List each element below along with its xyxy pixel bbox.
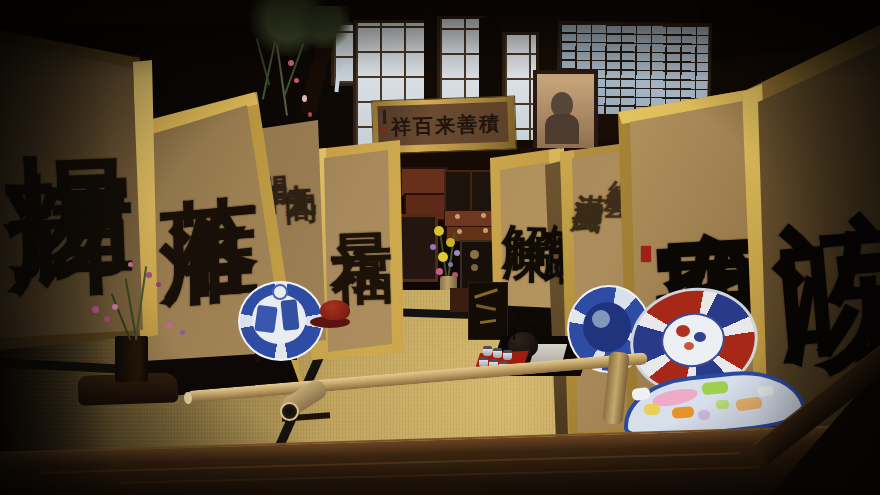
wildflower-pink — [112, 304, 118, 310]
aster-purple — [448, 262, 453, 267]
drawer-knob — [457, 229, 462, 234]
wagashi-white — [631, 387, 650, 401]
plaque-signature-mark — [383, 110, 386, 124]
aster-purple — [454, 250, 460, 256]
wagashi-lavender — [698, 410, 710, 420]
safe-medallion — [471, 264, 478, 271]
aster-purple — [430, 244, 436, 250]
drawer-knob — [481, 213, 486, 218]
wagashi-orange — [672, 406, 695, 419]
bamboo-segment-opening — [280, 402, 299, 421]
plate-moon-motif — [592, 310, 610, 328]
plaque-text: 祥百来善積 — [390, 110, 503, 141]
plate-landscape-motif — [280, 299, 299, 331]
flower-pink — [436, 268, 443, 275]
wildflower-magenta — [156, 282, 161, 287]
imari-center-motif — [684, 342, 694, 350]
cabinet-upper-door — [444, 170, 472, 212]
imari-center-motif — [694, 332, 706, 342]
screen-yoki-text: 揚輝 — [1, 50, 130, 86]
photo-japanese-room: 祥百来善積 景福 九天閣 開千戸 落雁 伯行 — [0, 0, 880, 495]
wagashi-yellow — [644, 404, 660, 415]
sake-cup — [493, 348, 502, 358]
wildflower-pink — [166, 322, 172, 328]
wildflower-pink — [92, 306, 99, 313]
wildflower-pink — [104, 316, 110, 322]
kettle-handle — [513, 324, 537, 340]
wildflower-purple — [180, 330, 185, 335]
wagashi-green-small — [716, 400, 729, 409]
imari-center-motif — [676, 325, 690, 337]
hanging-charm — [308, 112, 312, 117]
wood-box — [450, 288, 470, 312]
screen-sosho-col-left: 滿壽風 — [578, 169, 611, 188]
plate-landscape-motif — [254, 305, 277, 334]
cabinet-drawer — [444, 210, 496, 227]
drawer-knob — [483, 228, 488, 233]
sake-cup — [483, 346, 492, 356]
flower-vase-dark — [115, 336, 148, 382]
dried-plant-bundle — [298, 6, 350, 48]
iron-stand-top — [508, 310, 534, 313]
chrysanthemum-yellow — [434, 226, 444, 236]
safe-medallion — [470, 250, 479, 259]
hanging-charm — [288, 60, 294, 66]
plate-crest — [272, 284, 288, 300]
plaque-seal-dot — [382, 128, 386, 133]
chrysanthemum-yellow — [446, 238, 455, 247]
drawer-knob — [455, 214, 460, 219]
sake-cup — [503, 350, 512, 360]
wildflower-pink — [128, 262, 133, 267]
portrait-shoulders — [545, 114, 579, 144]
wildflower-magenta — [146, 272, 152, 278]
chrysanthemum-yellow — [438, 252, 448, 262]
screen-keifuku-text: 景福 — [328, 181, 391, 203]
plate-blue-right-center — [583, 302, 631, 352]
artist-seal — [641, 246, 651, 262]
hanging-charm — [294, 78, 299, 83]
red-lacquer-bowl — [320, 300, 350, 320]
hanging-charm — [302, 95, 307, 102]
